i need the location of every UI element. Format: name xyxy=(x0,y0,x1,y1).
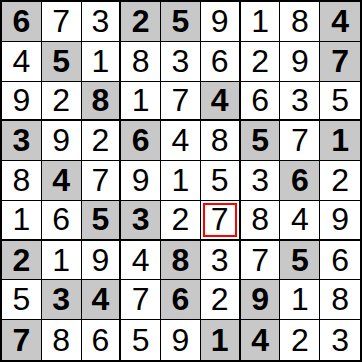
cell-r2c7[interactable]: 2 xyxy=(241,42,281,82)
cell-r2c4[interactable]: 8 xyxy=(121,42,161,82)
cell-r2c3[interactable]: 1 xyxy=(82,42,122,82)
cell-r4c1[interactable]: 3 xyxy=(2,121,42,161)
cell-r1c5[interactable]: 5 xyxy=(161,2,201,42)
cell-r4c9[interactable]: 1 xyxy=(320,121,360,161)
cell-r8c7[interactable]: 9 xyxy=(241,280,281,320)
cell-r9c1[interactable]: 7 xyxy=(2,320,42,360)
cell-r8c8[interactable]: 1 xyxy=(280,280,320,320)
cell-r3c8[interactable]: 3 xyxy=(280,82,320,122)
cell-r3c4[interactable]: 1 xyxy=(121,82,161,122)
cell-r7c7[interactable]: 7 xyxy=(241,241,281,281)
cell-r6c1[interactable]: 1 xyxy=(2,201,42,241)
cell-r8c1[interactable]: 5 xyxy=(2,280,42,320)
cell-r1c3[interactable]: 3 xyxy=(82,2,122,42)
cell-r7c9[interactable]: 6 xyxy=(320,241,360,281)
cell-r6c2[interactable]: 6 xyxy=(42,201,82,241)
cell-r2c5[interactable]: 3 xyxy=(161,42,201,82)
cell-r8c4[interactable]: 7 xyxy=(121,280,161,320)
cell-r4c7[interactable]: 5 xyxy=(241,121,281,161)
cell-r8c2[interactable]: 3 xyxy=(42,280,82,320)
cell-r3c7[interactable]: 6 xyxy=(241,82,281,122)
cell-r2c6[interactable]: 6 xyxy=(201,42,241,82)
cell-r2c1[interactable]: 4 xyxy=(2,42,42,82)
cell-r1c1[interactable]: 6 xyxy=(2,2,42,42)
cell-r1c2[interactable]: 7 xyxy=(42,2,82,42)
cell-r9c4[interactable]: 5 xyxy=(121,320,161,360)
cell-r5c5[interactable]: 1 xyxy=(161,161,201,201)
cell-r4c6[interactable]: 8 xyxy=(201,121,241,161)
cell-r8c3[interactable]: 4 xyxy=(82,280,122,320)
cell-r9c6[interactable]: 1 xyxy=(201,320,241,360)
cell-r9c7[interactable]: 4 xyxy=(241,320,281,360)
cell-r1c9[interactable]: 4 xyxy=(320,2,360,42)
cell-r6c8[interactable]: 4 xyxy=(280,201,320,241)
cell-r2c9[interactable]: 7 xyxy=(320,42,360,82)
cell-r1c7[interactable]: 1 xyxy=(241,2,281,42)
cell-r4c4[interactable]: 6 xyxy=(121,121,161,161)
sudoku-board: 6732591844518362979281746353926485718479… xyxy=(0,0,362,362)
cell-r1c6[interactable]: 9 xyxy=(201,2,241,42)
cell-r3c1[interactable]: 9 xyxy=(2,82,42,122)
cell-r6c3[interactable]: 5 xyxy=(82,201,122,241)
cell-r5c6[interactable]: 5 xyxy=(201,161,241,201)
cell-r5c8[interactable]: 6 xyxy=(280,161,320,201)
cell-r9c3[interactable]: 6 xyxy=(82,320,122,360)
cell-r5c2[interactable]: 4 xyxy=(42,161,82,201)
cell-r5c1[interactable]: 8 xyxy=(2,161,42,201)
cell-r3c2[interactable]: 2 xyxy=(42,82,82,122)
cell-r8c5[interactable]: 6 xyxy=(161,280,201,320)
cell-r6c7[interactable]: 8 xyxy=(241,201,281,241)
cell-r3c9[interactable]: 5 xyxy=(320,82,360,122)
cell-r7c8[interactable]: 5 xyxy=(280,241,320,281)
cell-r5c7[interactable]: 3 xyxy=(241,161,281,201)
cell-r3c5[interactable]: 7 xyxy=(161,82,201,122)
cell-r6c6[interactable]: 7 xyxy=(201,201,241,241)
cell-r1c4[interactable]: 2 xyxy=(121,2,161,42)
cell-r4c3[interactable]: 2 xyxy=(82,121,122,161)
cell-r3c6[interactable]: 4 xyxy=(201,82,241,122)
cell-r8c9[interactable]: 8 xyxy=(320,280,360,320)
cell-r9c9[interactable]: 3 xyxy=(320,320,360,360)
cell-r4c5[interactable]: 4 xyxy=(161,121,201,161)
cell-r1c8[interactable]: 8 xyxy=(280,2,320,42)
cell-r4c2[interactable]: 9 xyxy=(42,121,82,161)
cell-r9c8[interactable]: 2 xyxy=(280,320,320,360)
cell-r7c3[interactable]: 9 xyxy=(82,241,122,281)
cell-r3c3[interactable]: 8 xyxy=(82,82,122,122)
cell-r7c1[interactable]: 2 xyxy=(2,241,42,281)
cell-r7c2[interactable]: 1 xyxy=(42,241,82,281)
cell-r7c4[interactable]: 4 xyxy=(121,241,161,281)
cell-r2c2[interactable]: 5 xyxy=(42,42,82,82)
cell-r6c4[interactable]: 3 xyxy=(121,201,161,241)
cell-r9c5[interactable]: 9 xyxy=(161,320,201,360)
cell-r9c2[interactable]: 8 xyxy=(42,320,82,360)
cell-r6c5[interactable]: 2 xyxy=(161,201,201,241)
cell-r5c3[interactable]: 7 xyxy=(82,161,122,201)
cell-r6c9[interactable]: 9 xyxy=(320,201,360,241)
cell-r7c6[interactable]: 3 xyxy=(201,241,241,281)
cell-r4c8[interactable]: 7 xyxy=(280,121,320,161)
cell-r5c9[interactable]: 2 xyxy=(320,161,360,201)
cell-r7c5[interactable]: 8 xyxy=(161,241,201,281)
cell-r5c4[interactable]: 9 xyxy=(121,161,161,201)
cell-r8c6[interactable]: 2 xyxy=(201,280,241,320)
cell-r2c8[interactable]: 9 xyxy=(280,42,320,82)
